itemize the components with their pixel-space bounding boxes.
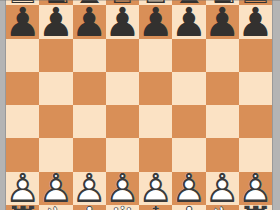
- white-rook[interactable]: ♜♖: [237, 201, 273, 210]
- square-a4[interactable]: [6, 105, 39, 138]
- white-knight[interactable]: ♞♘: [204, 201, 240, 210]
- square-g7[interactable]: ♟: [206, 5, 239, 38]
- black-pawn[interactable]: ♟: [104, 2, 140, 42]
- square-f7[interactable]: ♟: [172, 5, 205, 38]
- black-pawn[interactable]: ♟: [38, 2, 74, 42]
- square-g4[interactable]: [206, 105, 239, 138]
- square-a6[interactable]: [6, 39, 39, 72]
- square-g5[interactable]: [206, 72, 239, 105]
- square-h4[interactable]: [239, 105, 272, 138]
- square-h5[interactable]: [239, 72, 272, 105]
- white-bishop[interactable]: ♝♗: [71, 201, 107, 210]
- chess-board: ♜♞♝♛♚♝♞♜♟♟♟♟♟♟♟♟♟♙♟♙♟♙♟♙♟♙♟♙♟♙♟♙♜♖♞♘♝♗♛♕…: [6, 0, 272, 210]
- square-g6[interactable]: [206, 39, 239, 72]
- square-d7[interactable]: ♟: [106, 5, 139, 38]
- square-e6[interactable]: [139, 39, 172, 72]
- window-top-edge: [0, 0, 280, 1]
- square-f4[interactable]: [172, 105, 205, 138]
- black-pawn[interactable]: ♟: [5, 2, 41, 42]
- white-king[interactable]: ♚♔: [138, 201, 174, 210]
- black-pawn[interactable]: ♟: [204, 2, 240, 42]
- square-g1[interactable]: ♞♘: [206, 205, 239, 210]
- square-b4[interactable]: [39, 105, 72, 138]
- square-d1[interactable]: ♛♕: [106, 205, 139, 210]
- square-f5[interactable]: [172, 72, 205, 105]
- square-d6[interactable]: [106, 39, 139, 72]
- white-queen[interactable]: ♛♕: [104, 201, 140, 210]
- square-b7[interactable]: ♟: [39, 5, 72, 38]
- white-bishop[interactable]: ♝♗: [171, 201, 207, 210]
- square-a5[interactable]: [6, 72, 39, 105]
- white-knight[interactable]: ♞♘: [38, 201, 74, 210]
- square-b5[interactable]: [39, 72, 72, 105]
- black-pawn[interactable]: ♟: [237, 2, 273, 42]
- square-e5[interactable]: [139, 72, 172, 105]
- square-c7[interactable]: ♟: [73, 5, 106, 38]
- white-rook[interactable]: ♜♖: [5, 201, 41, 210]
- square-h1[interactable]: ♜♖: [239, 205, 272, 210]
- square-c4[interactable]: [73, 105, 106, 138]
- black-pawn[interactable]: ♟: [138, 2, 174, 42]
- square-e1[interactable]: ♚♔: [139, 205, 172, 210]
- square-a1[interactable]: ♜♖: [6, 205, 39, 210]
- square-e4[interactable]: [139, 105, 172, 138]
- square-f1[interactable]: ♝♗: [172, 205, 205, 210]
- square-b6[interactable]: [39, 39, 72, 72]
- square-h7[interactable]: ♟: [239, 5, 272, 38]
- square-c6[interactable]: [73, 39, 106, 72]
- square-b1[interactable]: ♞♘: [39, 205, 72, 210]
- square-d4[interactable]: [106, 105, 139, 138]
- square-a7[interactable]: ♟: [6, 5, 39, 38]
- square-c5[interactable]: [73, 72, 106, 105]
- square-h6[interactable]: [239, 39, 272, 72]
- square-e7[interactable]: ♟: [139, 5, 172, 38]
- square-f6[interactable]: [172, 39, 205, 72]
- square-c1[interactable]: ♝♗: [73, 205, 106, 210]
- black-pawn[interactable]: ♟: [71, 2, 107, 42]
- square-d5[interactable]: [106, 72, 139, 105]
- chess-app-viewport: ♜♞♝♛♚♝♞♜♟♟♟♟♟♟♟♟♟♙♟♙♟♙♟♙♟♙♟♙♟♙♟♙♜♖♞♘♝♗♛♕…: [0, 0, 280, 210]
- black-pawn[interactable]: ♟: [171, 2, 207, 42]
